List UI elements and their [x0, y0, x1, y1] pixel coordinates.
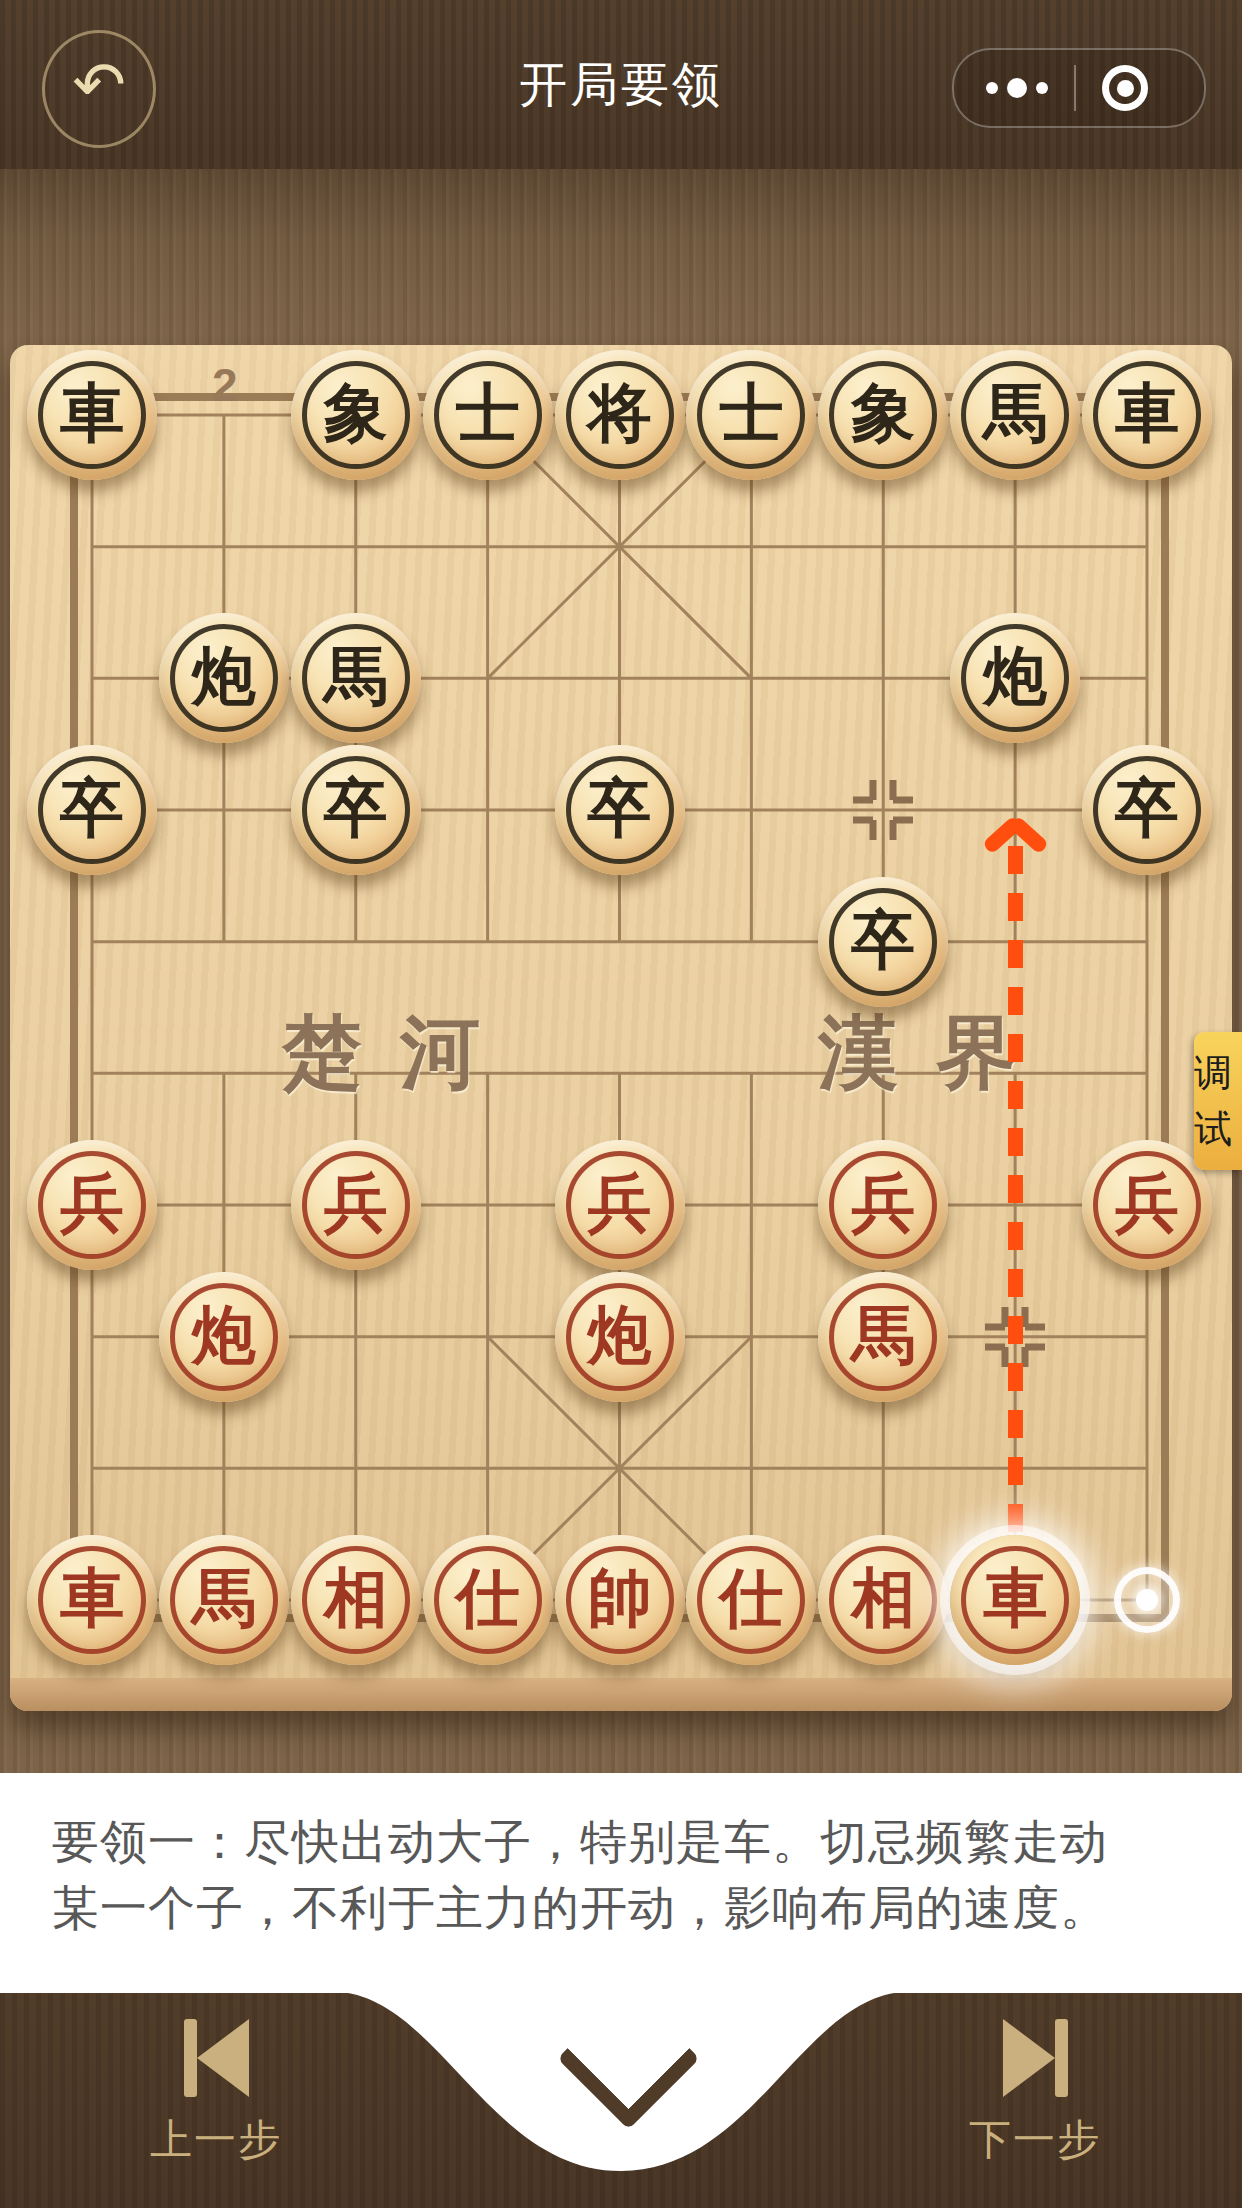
capsule-divider — [1074, 65, 1076, 111]
piece-character: 車 — [60, 381, 124, 445]
piece-character: 馬 — [851, 1303, 915, 1367]
piece-red-炮[interactable]: 炮 — [555, 1272, 685, 1402]
piece-character: 将 — [588, 381, 652, 445]
piece-red-馬[interactable]: 馬 — [818, 1272, 948, 1402]
piece-character: 仕 — [456, 1566, 520, 1630]
piece-black-卒[interactable]: 卒 — [818, 877, 948, 1007]
move-origin-marker — [851, 778, 915, 842]
piece-character: 士 — [719, 381, 783, 445]
piece-red-車[interactable]: 車 — [950, 1535, 1080, 1665]
piece-black-車[interactable]: 車 — [1082, 350, 1212, 480]
piece-red-兵[interactable]: 兵 — [27, 1140, 157, 1270]
more-options-icon[interactable] — [986, 78, 1048, 98]
piece-red-帥[interactable]: 帥 — [555, 1535, 685, 1665]
exit-target-icon[interactable] — [1102, 65, 1148, 111]
miniprogram-capsule — [952, 48, 1206, 128]
piece-character: 兵 — [60, 1171, 124, 1235]
piece-character: 仕 — [719, 1566, 783, 1630]
piece-character: 兵 — [324, 1171, 388, 1235]
piece-character: 馬 — [192, 1566, 256, 1630]
piece-black-卒[interactable]: 卒 — [27, 745, 157, 875]
piece-character: 馬 — [324, 644, 388, 708]
piece-character: 象 — [324, 381, 388, 445]
prev-step-button[interactable]: 上一步 — [96, 2018, 336, 2168]
piece-character: 帥 — [588, 1566, 652, 1630]
piece-character: 相 — [324, 1566, 388, 1630]
piece-character: 兵 — [588, 1171, 652, 1235]
piece-character: 卒 — [1115, 776, 1179, 840]
piece-character: 車 — [60, 1566, 124, 1630]
piece-red-兵[interactable]: 兵 — [291, 1140, 421, 1270]
piece-character: 車 — [983, 1566, 1047, 1630]
piece-black-馬[interactable]: 馬 — [950, 350, 1080, 480]
skip-next-icon — [1003, 2018, 1068, 2098]
piece-character: 車 — [1115, 381, 1179, 445]
piece-black-士[interactable]: 士 — [423, 350, 553, 480]
piece-red-車[interactable]: 車 — [27, 1535, 157, 1665]
prev-step-label: 上一步 — [150, 2112, 282, 2168]
piece-black-士[interactable]: 士 — [686, 350, 816, 480]
piece-red-仕[interactable]: 仕 — [686, 1535, 816, 1665]
piece-red-馬[interactable]: 馬 — [159, 1535, 289, 1665]
piece-character: 相 — [851, 1566, 915, 1630]
piece-black-炮[interactable]: 炮 — [159, 613, 289, 743]
piece-character: 炮 — [192, 1303, 256, 1367]
river-label-left: 楚河 — [282, 1000, 518, 1108]
piece-character: 炮 — [588, 1303, 652, 1367]
piece-character: 卒 — [60, 776, 124, 840]
piece-red-炮[interactable]: 炮 — [159, 1272, 289, 1402]
app-screen: ↶ 开局要领 2 楚河 漢界 車象士将士象馬車炮馬炮卒卒卒卒卒兵兵兵兵兵炮炮馬車… — [0, 0, 1242, 2208]
piece-red-相[interactable]: 相 — [818, 1535, 948, 1665]
next-step-button[interactable]: 下一步 — [915, 2018, 1155, 2168]
piece-black-馬[interactable]: 馬 — [291, 613, 421, 743]
lesson-line-2: 某一个子，不利于主力的开动，影响布局的速度。 — [52, 1875, 1190, 1941]
lesson-line-1: 要领一：尽快出动大子，特别是车。切忌频繁走动 — [52, 1809, 1190, 1875]
piece-black-卒[interactable]: 卒 — [1082, 745, 1212, 875]
piece-character: 卒 — [851, 908, 915, 972]
move-from-marker — [1114, 1567, 1180, 1633]
piece-character: 馬 — [983, 381, 1047, 445]
piece-black-将[interactable]: 将 — [555, 350, 685, 480]
piece-black-卒[interactable]: 卒 — [291, 745, 421, 875]
next-step-label: 下一步 — [969, 2112, 1101, 2168]
piece-character: 兵 — [1115, 1171, 1179, 1235]
piece-red-兵[interactable]: 兵 — [555, 1140, 685, 1270]
move-arrow — [1008, 846, 1023, 1544]
piece-character: 士 — [456, 381, 520, 445]
piece-red-相[interactable]: 相 — [291, 1535, 421, 1665]
piece-character: 炮 — [983, 644, 1047, 708]
piece-character: 炮 — [192, 644, 256, 708]
header-bar: ↶ 开局要领 — [0, 0, 1242, 169]
piece-black-車[interactable]: 車 — [27, 350, 157, 480]
skip-previous-icon — [184, 2018, 249, 2098]
piece-character: 卒 — [324, 776, 388, 840]
piece-character: 卒 — [588, 776, 652, 840]
piece-character: 兵 — [851, 1171, 915, 1235]
piece-character: 象 — [851, 381, 915, 445]
move-annotation: 2 — [212, 358, 238, 412]
piece-red-兵[interactable]: 兵 — [1082, 1140, 1212, 1270]
piece-red-兵[interactable]: 兵 — [818, 1140, 948, 1270]
piece-black-象[interactable]: 象 — [291, 350, 421, 480]
lesson-panel: 要领一：尽快出动大子，特别是车。切忌频繁走动 某一个子，不利于主力的开动，影响布… — [0, 1773, 1242, 1993]
piece-black-炮[interactable]: 炮 — [950, 613, 1080, 743]
piece-black-象[interactable]: 象 — [818, 350, 948, 480]
piece-red-仕[interactable]: 仕 — [423, 1535, 553, 1665]
piece-black-卒[interactable]: 卒 — [555, 745, 685, 875]
debug-tag[interactable]: 调试 — [1194, 1032, 1242, 1170]
